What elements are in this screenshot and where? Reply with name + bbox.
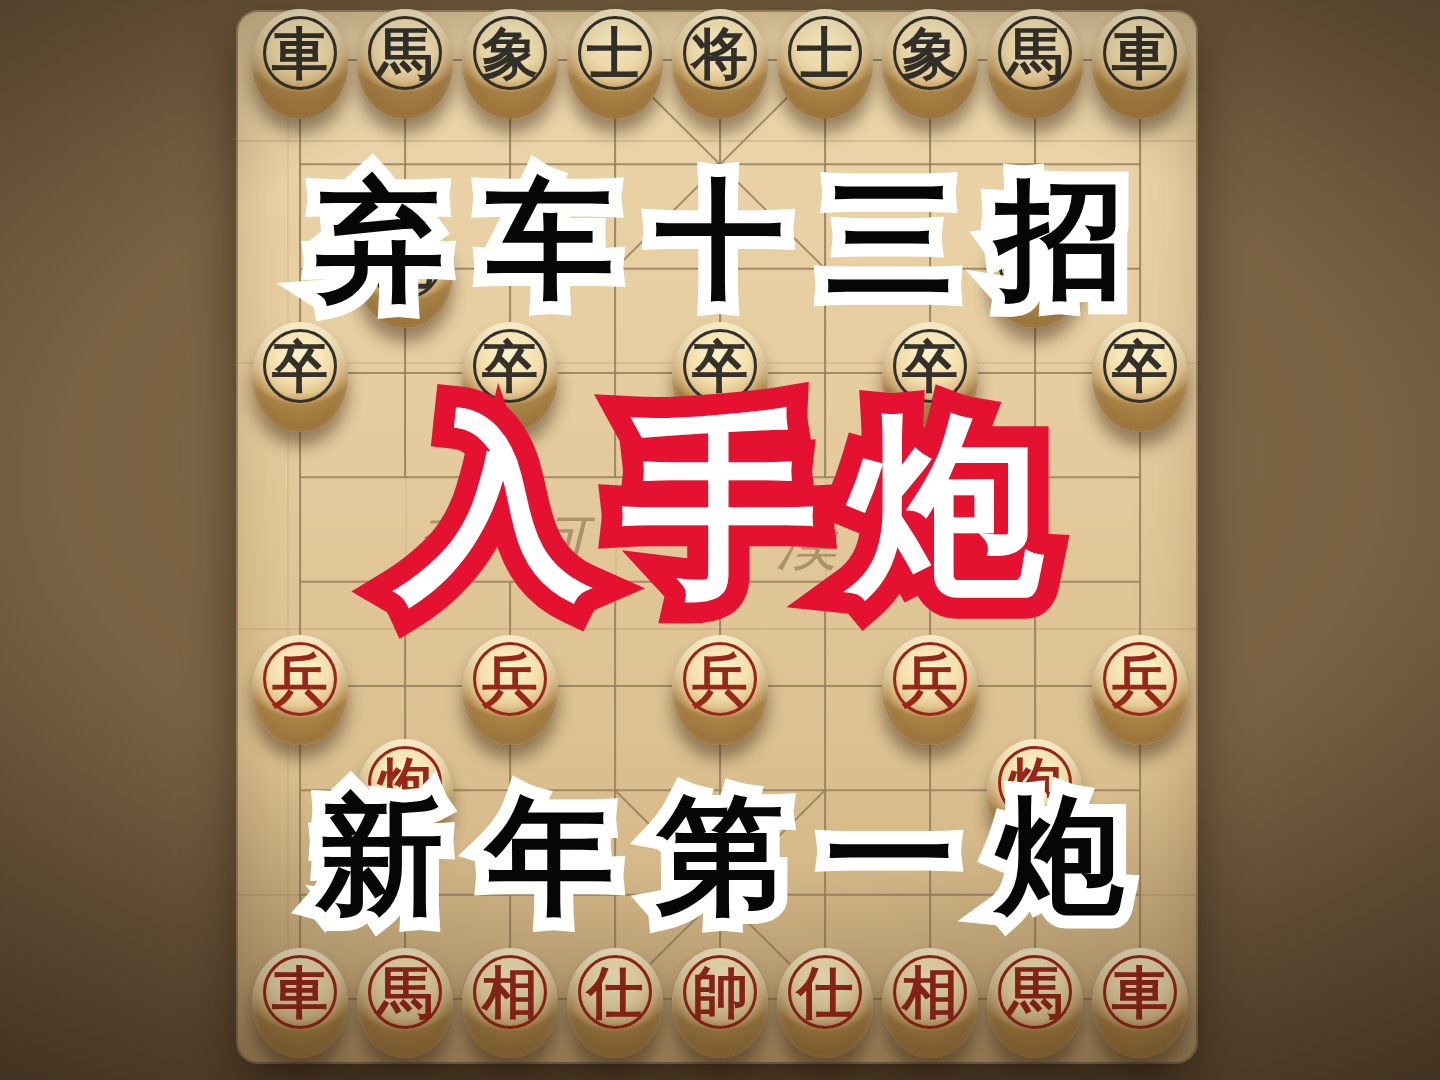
piece-将[interactable]: 将 (672, 9, 768, 119)
piece-face: 卒 (893, 329, 967, 403)
piece-face: 卒 (473, 329, 547, 403)
piece-glyph: 車 (1112, 964, 1168, 1020)
piece-glyph: 炮 (1007, 755, 1063, 811)
piece-face: 炮 (998, 746, 1072, 820)
piece-glyph: 兵 (1112, 651, 1168, 707)
piece-砲[interactable]: 砲 (987, 218, 1083, 328)
piece-face: 車 (263, 16, 337, 90)
piece-glyph: 車 (272, 25, 328, 81)
piece-glyph: 相 (902, 964, 958, 1020)
piece-face: 馬 (998, 955, 1072, 1029)
piece-face: 炮 (368, 746, 442, 820)
piece-士[interactable]: 士 (777, 9, 873, 119)
piece-仕[interactable]: 仕 (777, 948, 873, 1058)
piece-象[interactable]: 象 (462, 9, 558, 119)
piece-glyph: 馬 (1007, 964, 1063, 1020)
piece-glyph: 士 (587, 25, 643, 81)
piece-face: 兵 (263, 642, 337, 716)
piece-glyph: 卒 (272, 338, 328, 394)
piece-卒[interactable]: 卒 (462, 322, 558, 432)
piece-face: 砲 (998, 225, 1072, 299)
piece-face: 卒 (1103, 329, 1177, 403)
piece-glyph: 帥 (692, 964, 748, 1020)
piece-face: 象 (473, 16, 547, 90)
piece-glyph: 砲 (1007, 234, 1063, 290)
piece-glyph: 砲 (377, 234, 433, 290)
board-grid (238, 12, 1196, 1062)
piece-glyph: 車 (1112, 25, 1168, 81)
piece-馬[interactable]: 馬 (357, 9, 453, 119)
piece-face: 仕 (788, 955, 862, 1029)
piece-士[interactable]: 士 (567, 9, 663, 119)
piece-車[interactable]: 車 (1092, 948, 1188, 1058)
piece-face: 車 (1103, 16, 1177, 90)
piece-兵[interactable]: 兵 (252, 635, 348, 745)
piece-face: 砲 (368, 225, 442, 299)
piece-glyph: 馬 (377, 25, 433, 81)
piece-卒[interactable]: 卒 (882, 322, 978, 432)
piece-glyph: 仕 (587, 964, 643, 1020)
piece-face: 相 (893, 955, 967, 1029)
piece-face: 馬 (368, 16, 442, 90)
piece-face: 車 (263, 955, 337, 1029)
piece-砲[interactable]: 砲 (357, 218, 453, 328)
piece-face: 車 (1103, 955, 1177, 1029)
piece-face: 馬 (998, 16, 1072, 90)
piece-glyph: 象 (902, 25, 958, 81)
piece-face: 士 (788, 16, 862, 90)
piece-face: 卒 (683, 329, 757, 403)
piece-卒[interactable]: 卒 (252, 322, 348, 432)
piece-炮[interactable]: 炮 (357, 739, 453, 849)
piece-炮[interactable]: 炮 (987, 739, 1083, 849)
piece-glyph: 象 (482, 25, 538, 81)
piece-車[interactable]: 車 (252, 9, 348, 119)
piece-相[interactable]: 相 (462, 948, 558, 1058)
piece-glyph: 車 (272, 964, 328, 1020)
piece-象[interactable]: 象 (882, 9, 978, 119)
piece-帥[interactable]: 帥 (672, 948, 768, 1058)
piece-glyph: 相 (482, 964, 538, 1020)
piece-glyph: 士 (797, 25, 853, 81)
piece-仕[interactable]: 仕 (567, 948, 663, 1058)
piece-兵[interactable]: 兵 (462, 635, 558, 745)
piece-face: 卒 (263, 329, 337, 403)
piece-卒[interactable]: 卒 (1092, 322, 1188, 432)
piece-glyph: 卒 (1112, 338, 1168, 394)
piece-face: 馬 (368, 955, 442, 1029)
piece-glyph: 卒 (902, 338, 958, 394)
piece-glyph: 兵 (482, 651, 538, 707)
piece-相[interactable]: 相 (882, 948, 978, 1058)
piece-face: 象 (893, 16, 967, 90)
piece-馬[interactable]: 馬 (987, 948, 1083, 1058)
piece-兵[interactable]: 兵 (1092, 635, 1188, 745)
piece-glyph: 兵 (902, 651, 958, 707)
piece-馬[interactable]: 馬 (357, 948, 453, 1058)
piece-glyph: 卒 (482, 338, 538, 394)
piece-face: 帥 (683, 955, 757, 1029)
piece-face: 兵 (683, 642, 757, 716)
piece-face: 将 (683, 16, 757, 90)
piece-glyph: 馬 (1007, 25, 1063, 81)
piece-face: 兵 (893, 642, 967, 716)
piece-兵[interactable]: 兵 (882, 635, 978, 745)
piece-face: 兵 (1103, 642, 1177, 716)
piece-馬[interactable]: 馬 (987, 9, 1083, 119)
piece-glyph: 卒 (692, 338, 748, 394)
piece-glyph: 兵 (272, 651, 328, 707)
piece-車[interactable]: 車 (252, 948, 348, 1058)
piece-face: 士 (578, 16, 652, 90)
piece-face: 仕 (578, 955, 652, 1029)
piece-glyph: 兵 (692, 651, 748, 707)
app-background: 楚河 漢界 車馬象士将士象馬車砲砲卒卒卒卒卒兵兵兵兵兵炮炮車馬相仕帥仕相馬車 弃… (0, 0, 1440, 1080)
piece-glyph: 将 (692, 25, 748, 81)
piece-glyph: 炮 (377, 755, 433, 811)
piece-face: 兵 (473, 642, 547, 716)
piece-glyph: 仕 (797, 964, 853, 1020)
xiangqi-board[interactable]: 楚河 漢界 車馬象士将士象馬車砲砲卒卒卒卒卒兵兵兵兵兵炮炮車馬相仕帥仕相馬車 (238, 12, 1196, 1062)
piece-glyph: 馬 (377, 964, 433, 1020)
piece-face: 相 (473, 955, 547, 1029)
piece-車[interactable]: 車 (1092, 9, 1188, 119)
piece-卒[interactable]: 卒 (672, 322, 768, 432)
piece-兵[interactable]: 兵 (672, 635, 768, 745)
